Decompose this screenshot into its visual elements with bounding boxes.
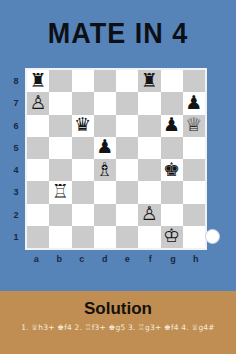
square-g2 bbox=[161, 204, 183, 226]
white-to-move-indicator bbox=[205, 229, 220, 244]
square-h6: ♕ bbox=[183, 115, 205, 137]
board-area: 87654321 ♜♜♙♟♛♟♕♟♗♚♖♙♔ abcdefgh bbox=[25, 68, 207, 264]
square-d7 bbox=[94, 92, 116, 114]
rank-label-6: 6 bbox=[10, 115, 22, 137]
square-b1 bbox=[49, 226, 71, 248]
square-b7 bbox=[49, 92, 71, 114]
black-pawn: ♟ bbox=[96, 137, 113, 156]
square-d5: ♟ bbox=[94, 137, 116, 159]
file-label-a: a bbox=[25, 254, 48, 264]
white-rook: ♖ bbox=[52, 182, 69, 201]
rank-label-7: 7 bbox=[10, 92, 22, 114]
file-label-g: g bbox=[162, 254, 185, 264]
file-label-c: c bbox=[71, 254, 94, 264]
black-pawn: ♟ bbox=[163, 115, 180, 134]
square-f3 bbox=[138, 181, 160, 203]
square-b8 bbox=[49, 70, 71, 92]
file-label-b: b bbox=[48, 254, 71, 264]
file-label-f: f bbox=[139, 254, 162, 264]
square-f5 bbox=[138, 137, 160, 159]
solution-heading: Solution bbox=[0, 299, 236, 319]
square-e4 bbox=[116, 159, 138, 181]
square-g6: ♟ bbox=[161, 115, 183, 137]
square-b2 bbox=[49, 204, 71, 226]
board: ♜♜♙♟♛♟♕♟♗♚♖♙♔ bbox=[25, 68, 207, 250]
rank-label-2: 2 bbox=[10, 204, 22, 226]
square-c4 bbox=[72, 159, 94, 181]
black-king: ♚ bbox=[163, 160, 180, 179]
square-g8 bbox=[161, 70, 183, 92]
square-g4: ♚ bbox=[161, 159, 183, 181]
square-e3 bbox=[116, 181, 138, 203]
solution-moves: 1. ♕h3+ ♚f4 2. ♖f3+ ♚g5 3. ♖g3+ ♚f4 4. ♕… bbox=[0, 323, 236, 332]
square-h5 bbox=[183, 137, 205, 159]
square-e2 bbox=[116, 204, 138, 226]
rank-label-1: 1 bbox=[10, 226, 22, 248]
square-g7 bbox=[161, 92, 183, 114]
square-b6 bbox=[49, 115, 71, 137]
square-a3 bbox=[27, 181, 49, 203]
square-a7: ♙ bbox=[27, 92, 49, 114]
square-h1 bbox=[183, 226, 205, 248]
square-c6: ♛ bbox=[72, 115, 94, 137]
white-queen: ♕ bbox=[185, 115, 202, 134]
square-f4 bbox=[138, 159, 160, 181]
square-f7 bbox=[138, 92, 160, 114]
rank-label-4: 4 bbox=[10, 159, 22, 181]
square-d4: ♗ bbox=[94, 159, 116, 181]
square-d3 bbox=[94, 181, 116, 203]
square-h8 bbox=[183, 70, 205, 92]
square-b5 bbox=[49, 137, 71, 159]
file-label-d: d bbox=[93, 254, 116, 264]
solution-bar: Solution 1. ♕h3+ ♚f4 2. ♖f3+ ♚g5 3. ♖g3+… bbox=[0, 291, 236, 354]
square-f2: ♙ bbox=[138, 204, 160, 226]
white-pawn: ♙ bbox=[141, 204, 158, 223]
white-bishop: ♗ bbox=[96, 160, 113, 179]
white-pawn: ♙ bbox=[30, 93, 47, 112]
square-c8 bbox=[72, 70, 94, 92]
square-c3 bbox=[72, 181, 94, 203]
square-h4 bbox=[183, 159, 205, 181]
square-c2 bbox=[72, 204, 94, 226]
square-a1 bbox=[27, 226, 49, 248]
square-c7 bbox=[72, 92, 94, 114]
square-f1 bbox=[138, 226, 160, 248]
square-e1 bbox=[116, 226, 138, 248]
rank-labels: 87654321 bbox=[10, 70, 22, 248]
square-d8 bbox=[94, 70, 116, 92]
square-f6 bbox=[138, 115, 160, 137]
square-g1: ♔ bbox=[161, 226, 183, 248]
file-label-e: e bbox=[116, 254, 139, 264]
square-b3: ♖ bbox=[49, 181, 71, 203]
square-d1 bbox=[94, 226, 116, 248]
white-king: ♔ bbox=[163, 226, 180, 245]
square-h2 bbox=[183, 204, 205, 226]
square-e7 bbox=[116, 92, 138, 114]
rank-label-3: 3 bbox=[10, 181, 22, 203]
square-a4 bbox=[27, 159, 49, 181]
square-b4 bbox=[49, 159, 71, 181]
square-c1 bbox=[72, 226, 94, 248]
square-a8: ♜ bbox=[27, 70, 49, 92]
square-a2 bbox=[27, 204, 49, 226]
puzzle-title: MATE IN 4 bbox=[0, 16, 236, 51]
square-f8: ♜ bbox=[138, 70, 160, 92]
square-d6 bbox=[94, 115, 116, 137]
square-d2 bbox=[94, 204, 116, 226]
black-queen: ♛ bbox=[74, 115, 91, 134]
rank-label-8: 8 bbox=[10, 70, 22, 92]
black-rook: ♜ bbox=[141, 71, 158, 90]
square-a6 bbox=[27, 115, 49, 137]
square-h3 bbox=[183, 181, 205, 203]
file-labels: abcdefgh bbox=[25, 254, 207, 264]
black-pawn: ♟ bbox=[185, 93, 202, 112]
square-c5 bbox=[72, 137, 94, 159]
square-e8 bbox=[116, 70, 138, 92]
square-g5 bbox=[161, 137, 183, 159]
rank-label-5: 5 bbox=[10, 137, 22, 159]
file-label-h: h bbox=[184, 254, 207, 264]
square-e6 bbox=[116, 115, 138, 137]
black-rook: ♜ bbox=[30, 71, 47, 90]
square-h7: ♟ bbox=[183, 92, 205, 114]
square-a5 bbox=[27, 137, 49, 159]
square-e5 bbox=[116, 137, 138, 159]
square-g3 bbox=[161, 181, 183, 203]
